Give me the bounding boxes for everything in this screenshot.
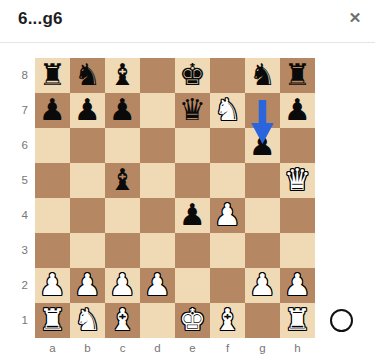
square-f3[interactable] (210, 233, 245, 268)
black-knight-b8[interactable]: ♞ (70, 58, 105, 93)
square-d6[interactable] (140, 128, 175, 163)
square-g1[interactable] (245, 303, 280, 338)
white-queen-h5[interactable]: ♛ (280, 163, 315, 198)
square-d4[interactable] (140, 198, 175, 233)
square-e1[interactable]: ♚ (175, 303, 210, 338)
square-c1[interactable]: ♝ (105, 303, 140, 338)
black-bishop-c8[interactable]: ♝ (105, 58, 140, 93)
white-knight-b1[interactable]: ♞ (70, 303, 105, 338)
rank-label-7: 7 (0, 93, 28, 128)
white-king-e1[interactable]: ♚ (175, 303, 210, 338)
square-h4[interactable] (280, 198, 315, 233)
square-h7[interactable]: ♟ (280, 93, 315, 128)
white-pawn-d2[interactable]: ♟ (140, 268, 175, 303)
square-g7[interactable] (245, 93, 280, 128)
file-label-b: b (70, 340, 105, 356)
file-label-h: h (280, 340, 315, 356)
white-pawn-g2[interactable]: ♟ (245, 268, 280, 303)
square-b3[interactable] (70, 233, 105, 268)
white-pawn-f4[interactable]: ♟ (210, 198, 245, 233)
close-icon[interactable]: ✕ (345, 8, 365, 28)
square-f2[interactable] (210, 268, 245, 303)
rank-label-3: 3 (0, 233, 28, 268)
square-d8[interactable] (140, 58, 175, 93)
square-a7[interactable]: ♟ (35, 93, 70, 128)
white-to-move-indicator (330, 309, 353, 332)
square-c7[interactable]: ♟ (105, 93, 140, 128)
square-h6[interactable] (280, 128, 315, 163)
square-f4[interactable]: ♟ (210, 198, 245, 233)
square-f6[interactable] (210, 128, 245, 163)
white-rook-h1[interactable]: ♜ (280, 303, 315, 338)
square-f7[interactable]: ♞ (210, 93, 245, 128)
square-a4[interactable] (35, 198, 70, 233)
square-b5[interactable] (70, 163, 105, 198)
file-label-g: g (245, 340, 280, 356)
black-knight-g8[interactable]: ♞ (245, 58, 280, 93)
square-e6[interactable] (175, 128, 210, 163)
square-g8[interactable]: ♞ (245, 58, 280, 93)
square-a5[interactable] (35, 163, 70, 198)
square-g6[interactable]: ♟ (245, 128, 280, 163)
rank-label-5: 5 (0, 163, 28, 198)
white-pawn-h2[interactable]: ♟ (280, 268, 315, 303)
rank-label-2: 2 (0, 268, 28, 303)
square-c8[interactable]: ♝ (105, 58, 140, 93)
square-d5[interactable] (140, 163, 175, 198)
square-d7[interactable] (140, 93, 175, 128)
square-e8[interactable]: ♚ (175, 58, 210, 93)
file-label-c: c (105, 340, 140, 356)
white-bishop-c1[interactable]: ♝ (105, 303, 140, 338)
square-d1[interactable] (140, 303, 175, 338)
square-a2[interactable]: ♟ (35, 268, 70, 303)
rank-label-1: 1 (0, 303, 28, 338)
square-f1[interactable]: ♝ (210, 303, 245, 338)
rank-label-8: 8 (0, 58, 28, 93)
square-g2[interactable]: ♟ (245, 268, 280, 303)
rank-label-6: 6 (0, 128, 28, 163)
square-e7[interactable]: ♛ (175, 93, 210, 128)
square-a6[interactable] (35, 128, 70, 163)
square-h8[interactable]: ♜ (280, 58, 315, 93)
black-queen-e7[interactable]: ♛ (175, 93, 210, 128)
white-pawn-c2[interactable]: ♟ (105, 268, 140, 303)
black-pawn-g6[interactable]: ♟ (245, 128, 280, 163)
square-h5[interactable]: ♛ (280, 163, 315, 198)
square-c3[interactable] (105, 233, 140, 268)
white-knight-f7[interactable]: ♞ (210, 93, 245, 128)
square-b1[interactable]: ♞ (70, 303, 105, 338)
file-label-d: d (140, 340, 175, 356)
square-c5[interactable]: ♝ (105, 163, 140, 198)
square-b2[interactable]: ♟ (70, 268, 105, 303)
square-f5[interactable] (210, 163, 245, 198)
move-title: 6...g6 (18, 9, 63, 29)
square-a1[interactable]: ♜ (35, 303, 70, 338)
white-rook-a1[interactable]: ♜ (35, 303, 70, 338)
board-stage: ♜♞♝♚♞♜♟♟♟♛♞♟♟♝♛♟♟♟♟♟♟♟♟♜♞♝♚♝♜ 87654321ab… (0, 58, 375, 358)
file-label-f: f (210, 340, 245, 356)
file-label-a: a (35, 340, 70, 356)
black-pawn-e4[interactable]: ♟ (175, 198, 210, 233)
square-f8[interactable] (210, 58, 245, 93)
square-e5[interactable] (175, 163, 210, 198)
square-h1[interactable]: ♜ (280, 303, 315, 338)
square-h2[interactable]: ♟ (280, 268, 315, 303)
file-label-e: e (175, 340, 210, 356)
black-pawn-h7[interactable]: ♟ (280, 93, 315, 128)
square-g5[interactable] (245, 163, 280, 198)
square-b8[interactable]: ♞ (70, 58, 105, 93)
black-pawn-b7[interactable]: ♟ (70, 93, 105, 128)
black-bishop-c5[interactable]: ♝ (105, 163, 140, 198)
square-h3[interactable] (280, 233, 315, 268)
square-a8[interactable]: ♜ (35, 58, 70, 93)
square-c6[interactable] (105, 128, 140, 163)
square-b6[interactable] (70, 128, 105, 163)
black-pawn-a7[interactable]: ♟ (35, 93, 70, 128)
dialog-header: 6...g6 ✕ (0, 0, 375, 43)
square-c4[interactable] (105, 198, 140, 233)
square-g4[interactable] (245, 198, 280, 233)
square-a3[interactable] (35, 233, 70, 268)
square-e4[interactable]: ♟ (175, 198, 210, 233)
rank-label-4: 4 (0, 198, 28, 233)
square-g3[interactable] (245, 233, 280, 268)
square-c2[interactable]: ♟ (105, 268, 140, 303)
black-rook-h8[interactable]: ♜ (280, 58, 315, 93)
square-e2[interactable] (175, 268, 210, 303)
square-d3[interactable] (140, 233, 175, 268)
black-king-e8[interactable]: ♚ (175, 58, 210, 93)
white-pawn-b2[interactable]: ♟ (70, 268, 105, 303)
square-d2[interactable]: ♟ (140, 268, 175, 303)
square-b4[interactable] (70, 198, 105, 233)
white-pawn-a2[interactable]: ♟ (35, 268, 70, 303)
white-bishop-f1[interactable]: ♝ (210, 303, 245, 338)
square-b7[interactable]: ♟ (70, 93, 105, 128)
black-pawn-c7[interactable]: ♟ (105, 93, 140, 128)
chess-board: ♜♞♝♚♞♜♟♟♟♛♞♟♟♝♛♟♟♟♟♟♟♟♟♜♞♝♚♝♜ (35, 58, 315, 338)
black-rook-a8[interactable]: ♜ (35, 58, 70, 93)
square-e3[interactable] (175, 233, 210, 268)
